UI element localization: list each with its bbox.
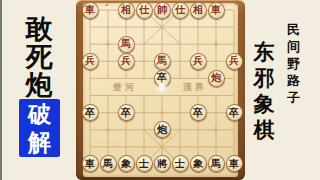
piece-black-advisor[interactable]: 士 — [172, 155, 189, 172]
subtitle-char: 间 — [287, 38, 300, 55]
channel-title-vertical: 东 邪 象 棋 — [252, 39, 276, 143]
piece-red-elephant[interactable]: 相 — [190, 2, 207, 19]
piece-red-rook[interactable]: 車 — [208, 2, 225, 19]
piece-red-cannon[interactable]: 炮 — [208, 70, 225, 87]
piece-black-horse[interactable]: 馬 — [100, 155, 117, 172]
piece-black-king[interactable]: 將 — [154, 155, 171, 172]
piece-black-rook[interactable]: 車 — [82, 155, 99, 172]
piece-black-cannon[interactable]: 炮 — [154, 121, 171, 138]
subtitle-char: 野 — [287, 55, 300, 72]
piece-red-pawn[interactable]: 兵 — [118, 53, 135, 70]
subtitle-char: 路 — [287, 72, 300, 89]
video-thumbnail: { "game": "xiangqi", "position": { "orie… — [0, 0, 320, 180]
piece-black-advisor[interactable]: 士 — [136, 155, 153, 172]
piece-red-pawn[interactable]: 兵 — [226, 53, 243, 70]
piece-red-king[interactable]: 帥 — [154, 2, 171, 19]
piece-black-elephant[interactable]: 象 — [118, 155, 135, 172]
piece-red-pawn[interactable]: 兵 — [190, 53, 207, 70]
channel-char: 邪 — [254, 65, 275, 91]
left-edge-strip — [0, 0, 2, 180]
last-move-indicator — [159, 84, 165, 90]
xiangqi-board[interactable] — [83, 3, 238, 177]
title-char: 敢 — [26, 15, 53, 43]
piece-black-pawn[interactable]: 卒 — [118, 104, 135, 121]
highlight-badge: 破 解 — [19, 99, 60, 157]
piece-red-advisor[interactable]: 仕 — [172, 2, 189, 19]
river-label-right: 漢界 — [183, 81, 207, 94]
title-char: 死 — [26, 43, 53, 71]
piece-red-horse[interactable]: 馬 — [118, 36, 135, 53]
channel-subtitle-vertical: 民 间 野 路 子 — [286, 21, 301, 106]
badge-char: 破 — [28, 100, 51, 128]
piece-black-pawn[interactable]: 卒 — [226, 104, 243, 121]
thumbnail-title-vertical: 敢 死 炮 — [22, 15, 56, 99]
piece-red-rook[interactable]: 車 — [82, 2, 99, 19]
board-mark-top-left: 2 — [105, 1, 109, 7]
channel-char: 东 — [254, 39, 275, 65]
piece-black-pawn[interactable]: 卒 — [190, 104, 207, 121]
piece-black-rook[interactable]: 車 — [226, 155, 243, 172]
piece-red-pawn[interactable]: 兵 — [82, 53, 99, 70]
board-mark-top-right: 9 — [234, 0, 238, 6]
badge-char: 解 — [28, 128, 51, 156]
river-label-left: 楚河 — [113, 81, 137, 94]
channel-char: 棋 — [254, 117, 275, 143]
piece-red-elephant[interactable]: 相 — [118, 2, 135, 19]
title-char: 炮 — [26, 71, 53, 99]
piece-black-elephant[interactable]: 象 — [190, 155, 207, 172]
piece-red-horse[interactable]: 馬 — [154, 53, 171, 70]
piece-red-advisor[interactable]: 仕 — [136, 2, 153, 19]
channel-char: 象 — [254, 91, 275, 117]
subtitle-char: 民 — [287, 21, 300, 38]
piece-black-horse[interactable]: 馬 — [208, 155, 225, 172]
subtitle-char: 子 — [287, 89, 300, 106]
piece-black-pawn[interactable]: 卒 — [82, 104, 99, 121]
